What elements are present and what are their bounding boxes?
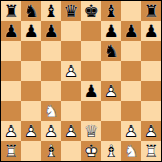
black-knight-b8: ♞ xyxy=(21,1,41,21)
piece-outline-glyph: ♗ xyxy=(41,141,61,161)
square-g4[interactable] xyxy=(121,81,141,101)
chess-board: ♜♞♝♛♚♝♜♟♟♟♟♟♟♞♟♙♟♟♙♞♘♟♙♟♙♟♙♟♙♛♕♟♙♟♙♜♖♝♗♚… xyxy=(1,1,161,161)
piece-outline-glyph: ♘ xyxy=(121,141,141,161)
square-g3[interactable] xyxy=(121,101,141,121)
piece-glyph: ♜ xyxy=(141,1,161,21)
square-b6[interactable] xyxy=(21,41,41,61)
piece-outline-glyph: ♖ xyxy=(1,141,21,161)
square-a8[interactable]: ♜ xyxy=(1,1,21,21)
square-h8[interactable]: ♜ xyxy=(141,1,161,21)
square-d5[interactable]: ♟♙ xyxy=(61,61,81,81)
black-rook-h8: ♜ xyxy=(141,1,161,21)
square-c3[interactable]: ♞♘ xyxy=(41,101,61,121)
white-rook-h1: ♜♖ xyxy=(141,141,161,161)
square-d4[interactable] xyxy=(61,81,81,101)
square-b5[interactable] xyxy=(21,61,41,81)
square-f2[interactable] xyxy=(101,121,121,141)
black-pawn-f7: ♟ xyxy=(101,21,121,41)
piece-outline-glyph: ♗ xyxy=(101,141,121,161)
piece-outline-glyph: ♙ xyxy=(61,61,81,81)
square-b1[interactable] xyxy=(21,141,41,161)
square-c1[interactable]: ♝♗ xyxy=(41,141,61,161)
square-f5[interactable] xyxy=(101,61,121,81)
black-pawn-e4: ♟ xyxy=(81,81,101,101)
square-a3[interactable] xyxy=(1,101,21,121)
square-a2[interactable]: ♟♙ xyxy=(1,121,21,141)
square-d1[interactable] xyxy=(61,141,81,161)
square-a6[interactable] xyxy=(1,41,21,61)
square-b8[interactable]: ♞ xyxy=(21,1,41,21)
piece-outline-glyph: ♙ xyxy=(101,81,121,101)
white-pawn-d2: ♟♙ xyxy=(61,121,81,141)
square-e6[interactable] xyxy=(81,41,101,61)
white-pawn-c2: ♟♙ xyxy=(41,121,61,141)
piece-glyph: ♟ xyxy=(21,21,41,41)
square-a4[interactable] xyxy=(1,81,21,101)
square-f8[interactable]: ♝ xyxy=(101,1,121,21)
square-h3[interactable] xyxy=(141,101,161,121)
square-c4[interactable] xyxy=(41,81,61,101)
piece-glyph: ♟ xyxy=(41,21,61,41)
square-d7[interactable] xyxy=(61,21,81,41)
black-pawn-c7: ♟ xyxy=(41,21,61,41)
piece-glyph: ♝ xyxy=(41,1,61,21)
piece-outline-glyph: ♙ xyxy=(1,121,21,141)
black-pawn-b7: ♟ xyxy=(21,21,41,41)
white-bishop-c1: ♝♗ xyxy=(41,141,61,161)
square-e7[interactable] xyxy=(81,21,101,41)
square-h2[interactable]: ♟♙ xyxy=(141,121,161,141)
square-g6[interactable] xyxy=(121,41,141,61)
square-c8[interactable]: ♝ xyxy=(41,1,61,21)
square-f7[interactable]: ♟ xyxy=(101,21,121,41)
square-g7[interactable]: ♟ xyxy=(121,21,141,41)
piece-glyph: ♟ xyxy=(101,21,121,41)
square-d2[interactable]: ♟♙ xyxy=(61,121,81,141)
square-c5[interactable] xyxy=(41,61,61,81)
piece-outline-glyph: ♙ xyxy=(41,121,61,141)
square-g5[interactable] xyxy=(121,61,141,81)
square-c2[interactable]: ♟♙ xyxy=(41,121,61,141)
piece-outline-glyph: ♙ xyxy=(21,121,41,141)
piece-glyph: ♚ xyxy=(81,1,101,21)
square-e8[interactable]: ♚ xyxy=(81,1,101,21)
piece-glyph: ♟ xyxy=(121,21,141,41)
white-queen-e2: ♛♕ xyxy=(81,121,101,141)
piece-glyph: ♞ xyxy=(101,41,121,61)
square-b2[interactable]: ♟♙ xyxy=(21,121,41,141)
white-pawn-a2: ♟♙ xyxy=(1,121,21,141)
white-pawn-d5: ♟♙ xyxy=(61,61,81,81)
black-pawn-g7: ♟ xyxy=(121,21,141,41)
square-e4[interactable]: ♟ xyxy=(81,81,101,101)
square-h5[interactable] xyxy=(141,61,161,81)
black-king-e8: ♚ xyxy=(81,1,101,21)
square-e1[interactable]: ♚♔ xyxy=(81,141,101,161)
black-pawn-h7: ♟ xyxy=(141,21,161,41)
piece-outline-glyph: ♔ xyxy=(81,141,101,161)
piece-glyph: ♟ xyxy=(1,21,21,41)
square-a1[interactable]: ♜♖ xyxy=(1,141,21,161)
square-b7[interactable]: ♟ xyxy=(21,21,41,41)
square-g1[interactable]: ♞♘ xyxy=(121,141,141,161)
black-pawn-a7: ♟ xyxy=(1,21,21,41)
square-h1[interactable]: ♜♖ xyxy=(141,141,161,161)
square-d8[interactable]: ♛ xyxy=(61,1,81,21)
square-a5[interactable] xyxy=(1,61,21,81)
white-rook-a1: ♜♖ xyxy=(1,141,21,161)
square-a7[interactable]: ♟ xyxy=(1,21,21,41)
black-bishop-f8: ♝ xyxy=(101,1,121,21)
white-pawn-h2: ♟♙ xyxy=(141,121,161,141)
black-bishop-c8: ♝ xyxy=(41,1,61,21)
square-b4[interactable] xyxy=(21,81,41,101)
piece-glyph: ♝ xyxy=(101,1,121,21)
white-king-e1: ♚♔ xyxy=(81,141,101,161)
black-queen-d8: ♛ xyxy=(61,1,81,21)
square-f3[interactable] xyxy=(101,101,121,121)
square-c7[interactable]: ♟ xyxy=(41,21,61,41)
square-g2[interactable]: ♟♙ xyxy=(121,121,141,141)
square-h7[interactable]: ♟ xyxy=(141,21,161,41)
square-h4[interactable] xyxy=(141,81,161,101)
square-e5[interactable] xyxy=(81,61,101,81)
square-d3[interactable] xyxy=(61,101,81,121)
square-g8[interactable] xyxy=(121,1,141,21)
square-f6[interactable]: ♞ xyxy=(101,41,121,61)
square-h6[interactable] xyxy=(141,41,161,61)
board-frame: ♜♞♝♛♚♝♜♟♟♟♟♟♟♞♟♙♟♟♙♞♘♟♙♟♙♟♙♟♙♛♕♟♙♟♙♜♖♝♗♚… xyxy=(0,0,162,162)
square-d6[interactable] xyxy=(61,41,81,61)
white-pawn-f4: ♟♙ xyxy=(101,81,121,101)
white-bishop-f1: ♝♗ xyxy=(101,141,121,161)
piece-glyph: ♟ xyxy=(81,81,101,101)
piece-glyph: ♞ xyxy=(21,1,41,21)
white-knight-c3: ♞♘ xyxy=(41,101,61,121)
square-e2[interactable]: ♛♕ xyxy=(81,121,101,141)
white-knight-g1: ♞♘ xyxy=(121,141,141,161)
square-f4[interactable]: ♟♙ xyxy=(101,81,121,101)
square-b3[interactable] xyxy=(21,101,41,121)
piece-outline-glyph: ♘ xyxy=(41,101,61,121)
square-e3[interactable] xyxy=(81,101,101,121)
white-pawn-g2: ♟♙ xyxy=(121,121,141,141)
piece-outline-glyph: ♙ xyxy=(141,121,161,141)
black-rook-a8: ♜ xyxy=(1,1,21,21)
square-c6[interactable] xyxy=(41,41,61,61)
piece-glyph: ♛ xyxy=(61,1,81,21)
piece-outline-glyph: ♙ xyxy=(121,121,141,141)
piece-outline-glyph: ♙ xyxy=(61,121,81,141)
white-pawn-b2: ♟♙ xyxy=(21,121,41,141)
piece-glyph: ♜ xyxy=(1,1,21,21)
black-knight-f6: ♞ xyxy=(101,41,121,61)
piece-glyph: ♟ xyxy=(141,21,161,41)
square-f1[interactable]: ♝♗ xyxy=(101,141,121,161)
piece-outline-glyph: ♕ xyxy=(81,121,101,141)
piece-outline-glyph: ♖ xyxy=(141,141,161,161)
